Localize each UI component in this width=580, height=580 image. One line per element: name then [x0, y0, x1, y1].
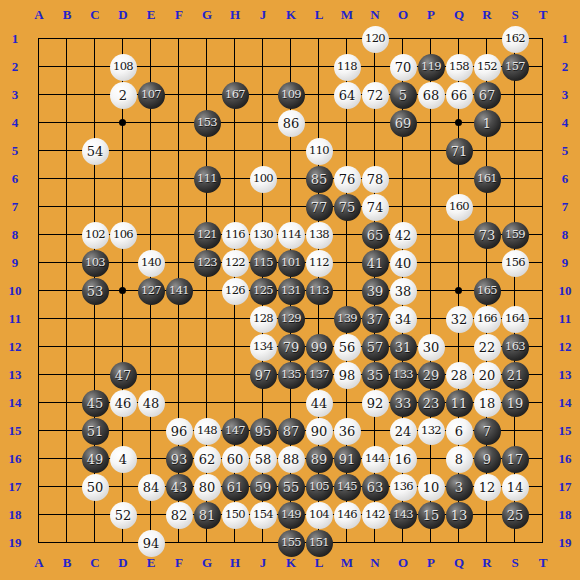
- intersection-B14[interactable]: [53, 389, 81, 417]
- intersection-D15[interactable]: [109, 417, 137, 445]
- intersection-A10[interactable]: [25, 277, 53, 305]
- intersection-N8[interactable]: 65: [361, 221, 389, 249]
- intersection-M13[interactable]: 98: [333, 361, 361, 389]
- intersection-P10[interactable]: [417, 277, 445, 305]
- intersection-G11[interactable]: [193, 305, 221, 333]
- intersection-B19[interactable]: [53, 529, 81, 557]
- intersection-E15[interactable]: [137, 417, 165, 445]
- intersection-R19[interactable]: [473, 529, 501, 557]
- intersection-T6[interactable]: [529, 165, 557, 193]
- intersection-H16[interactable]: 60: [221, 445, 249, 473]
- intersection-B1[interactable]: [53, 25, 81, 53]
- intersection-C4[interactable]: [81, 109, 109, 137]
- intersection-E16[interactable]: [137, 445, 165, 473]
- intersection-S7[interactable]: [501, 193, 529, 221]
- intersection-R15[interactable]: 7: [473, 417, 501, 445]
- intersection-Q11[interactable]: 32: [445, 305, 473, 333]
- intersection-D17[interactable]: [109, 473, 137, 501]
- intersection-G8[interactable]: 121: [193, 221, 221, 249]
- intersection-G15[interactable]: 148: [193, 417, 221, 445]
- intersection-M10[interactable]: [333, 277, 361, 305]
- intersection-S12[interactable]: 163: [501, 333, 529, 361]
- intersection-O1[interactable]: [389, 25, 417, 53]
- intersection-J19[interactable]: [249, 529, 277, 557]
- intersection-T14[interactable]: [529, 389, 557, 417]
- intersection-T3[interactable]: [529, 81, 557, 109]
- intersection-K6[interactable]: [277, 165, 305, 193]
- intersection-J4[interactable]: [249, 109, 277, 137]
- intersection-O11[interactable]: 34: [389, 305, 417, 333]
- intersection-L8[interactable]: 138: [305, 221, 333, 249]
- intersection-P9[interactable]: [417, 249, 445, 277]
- intersection-N5[interactable]: [361, 137, 389, 165]
- intersection-D11[interactable]: [109, 305, 137, 333]
- intersection-A12[interactable]: [25, 333, 53, 361]
- intersection-N3[interactable]: 72: [361, 81, 389, 109]
- intersection-J7[interactable]: [249, 193, 277, 221]
- intersection-J14[interactable]: [249, 389, 277, 417]
- intersection-F18[interactable]: 82: [165, 501, 193, 529]
- intersection-H3[interactable]: 167: [221, 81, 249, 109]
- intersection-O9[interactable]: 40: [389, 249, 417, 277]
- intersection-N15[interactable]: [361, 417, 389, 445]
- intersection-T15[interactable]: [529, 417, 557, 445]
- intersection-A6[interactable]: [25, 165, 53, 193]
- intersection-M6[interactable]: 76: [333, 165, 361, 193]
- intersection-H1[interactable]: [221, 25, 249, 53]
- intersection-R10[interactable]: 165: [473, 277, 501, 305]
- intersection-T10[interactable]: [529, 277, 557, 305]
- intersection-L19[interactable]: 151: [305, 529, 333, 557]
- intersection-P19[interactable]: [417, 529, 445, 557]
- intersection-Q14[interactable]: 11: [445, 389, 473, 417]
- intersection-G19[interactable]: [193, 529, 221, 557]
- intersection-G6[interactable]: 111: [193, 165, 221, 193]
- intersection-H13[interactable]: [221, 361, 249, 389]
- intersection-J8[interactable]: 130: [249, 221, 277, 249]
- intersection-J9[interactable]: 115: [249, 249, 277, 277]
- intersection-D12[interactable]: [109, 333, 137, 361]
- intersection-J3[interactable]: [249, 81, 277, 109]
- intersection-B16[interactable]: [53, 445, 81, 473]
- intersection-E9[interactable]: 140: [137, 249, 165, 277]
- intersection-J16[interactable]: 58: [249, 445, 277, 473]
- intersection-F9[interactable]: [165, 249, 193, 277]
- intersection-O3[interactable]: 5: [389, 81, 417, 109]
- intersection-D6[interactable]: [109, 165, 137, 193]
- intersection-C1[interactable]: [81, 25, 109, 53]
- intersection-E8[interactable]: [137, 221, 165, 249]
- intersection-B9[interactable]: [53, 249, 81, 277]
- intersection-G1[interactable]: [193, 25, 221, 53]
- intersection-P8[interactable]: [417, 221, 445, 249]
- intersection-S3[interactable]: [501, 81, 529, 109]
- intersection-Q15[interactable]: 6: [445, 417, 473, 445]
- intersection-C10[interactable]: 53: [81, 277, 109, 305]
- intersection-K3[interactable]: 109: [277, 81, 305, 109]
- intersection-M1[interactable]: [333, 25, 361, 53]
- intersection-P2[interactable]: 119: [417, 53, 445, 81]
- intersection-T2[interactable]: [529, 53, 557, 81]
- intersection-O17[interactable]: 136: [389, 473, 417, 501]
- intersection-D10[interactable]: [109, 277, 137, 305]
- intersection-T17[interactable]: [529, 473, 557, 501]
- intersection-C6[interactable]: [81, 165, 109, 193]
- intersection-N18[interactable]: 142: [361, 501, 389, 529]
- intersection-C18[interactable]: [81, 501, 109, 529]
- intersection-S14[interactable]: 19: [501, 389, 529, 417]
- intersection-M9[interactable]: [333, 249, 361, 277]
- intersection-B8[interactable]: [53, 221, 81, 249]
- intersection-F13[interactable]: [165, 361, 193, 389]
- intersection-T19[interactable]: [529, 529, 557, 557]
- intersection-T18[interactable]: [529, 501, 557, 529]
- intersection-A8[interactable]: [25, 221, 53, 249]
- intersection-H4[interactable]: [221, 109, 249, 137]
- intersection-N12[interactable]: 57: [361, 333, 389, 361]
- intersection-O14[interactable]: 33: [389, 389, 417, 417]
- intersection-H19[interactable]: [221, 529, 249, 557]
- intersection-P4[interactable]: [417, 109, 445, 137]
- intersection-H6[interactable]: [221, 165, 249, 193]
- intersection-A15[interactable]: [25, 417, 53, 445]
- intersection-L9[interactable]: 112: [305, 249, 333, 277]
- intersection-E10[interactable]: 127: [137, 277, 165, 305]
- intersection-E1[interactable]: [137, 25, 165, 53]
- intersection-H17[interactable]: 61: [221, 473, 249, 501]
- intersection-S10[interactable]: [501, 277, 529, 305]
- intersection-E7[interactable]: [137, 193, 165, 221]
- intersection-M12[interactable]: 56: [333, 333, 361, 361]
- intersection-D9[interactable]: [109, 249, 137, 277]
- intersection-A3[interactable]: [25, 81, 53, 109]
- intersection-N14[interactable]: 92: [361, 389, 389, 417]
- intersection-F3[interactable]: [165, 81, 193, 109]
- intersection-T8[interactable]: [529, 221, 557, 249]
- intersection-J13[interactable]: 97: [249, 361, 277, 389]
- intersection-R1[interactable]: [473, 25, 501, 53]
- intersection-N7[interactable]: 74: [361, 193, 389, 221]
- intersection-E18[interactable]: [137, 501, 165, 529]
- intersection-J15[interactable]: 95: [249, 417, 277, 445]
- intersection-R4[interactable]: 1: [473, 109, 501, 137]
- intersection-B6[interactable]: [53, 165, 81, 193]
- intersection-F2[interactable]: [165, 53, 193, 81]
- intersection-A1[interactable]: [25, 25, 53, 53]
- intersection-M15[interactable]: 36: [333, 417, 361, 445]
- intersection-T9[interactable]: [529, 249, 557, 277]
- intersection-B12[interactable]: [53, 333, 81, 361]
- intersection-C7[interactable]: [81, 193, 109, 221]
- intersection-Q18[interactable]: 13: [445, 501, 473, 529]
- intersection-L4[interactable]: [305, 109, 333, 137]
- intersection-R11[interactable]: 166: [473, 305, 501, 333]
- intersection-K4[interactable]: 86: [277, 109, 305, 137]
- intersection-H11[interactable]: [221, 305, 249, 333]
- intersection-P13[interactable]: 29: [417, 361, 445, 389]
- intersection-Q10[interactable]: [445, 277, 473, 305]
- intersection-F10[interactable]: 141: [165, 277, 193, 305]
- intersection-Q12[interactable]: [445, 333, 473, 361]
- intersection-F5[interactable]: [165, 137, 193, 165]
- intersection-N1[interactable]: 120: [361, 25, 389, 53]
- intersection-C15[interactable]: 51: [81, 417, 109, 445]
- intersection-C9[interactable]: 103: [81, 249, 109, 277]
- intersection-M7[interactable]: 75: [333, 193, 361, 221]
- intersection-S16[interactable]: 17: [501, 445, 529, 473]
- intersection-Q1[interactable]: [445, 25, 473, 53]
- intersection-K8[interactable]: 114: [277, 221, 305, 249]
- intersection-N17[interactable]: 63: [361, 473, 389, 501]
- intersection-S5[interactable]: [501, 137, 529, 165]
- intersection-C11[interactable]: [81, 305, 109, 333]
- intersection-H18[interactable]: 150: [221, 501, 249, 529]
- intersection-S13[interactable]: 21: [501, 361, 529, 389]
- intersection-K1[interactable]: [277, 25, 305, 53]
- intersection-M3[interactable]: 64: [333, 81, 361, 109]
- intersection-O7[interactable]: [389, 193, 417, 221]
- intersection-K14[interactable]: [277, 389, 305, 417]
- intersection-A4[interactable]: [25, 109, 53, 137]
- intersection-E11[interactable]: [137, 305, 165, 333]
- intersection-O16[interactable]: 16: [389, 445, 417, 473]
- intersection-C16[interactable]: 49: [81, 445, 109, 473]
- intersection-L11[interactable]: [305, 305, 333, 333]
- intersection-S11[interactable]: 164: [501, 305, 529, 333]
- intersection-G2[interactable]: [193, 53, 221, 81]
- intersection-T12[interactable]: [529, 333, 557, 361]
- intersection-S6[interactable]: [501, 165, 529, 193]
- intersection-L16[interactable]: 89: [305, 445, 333, 473]
- intersection-E14[interactable]: 48: [137, 389, 165, 417]
- intersection-C17[interactable]: 50: [81, 473, 109, 501]
- intersection-S15[interactable]: [501, 417, 529, 445]
- intersection-R3[interactable]: 67: [473, 81, 501, 109]
- intersection-O10[interactable]: 38: [389, 277, 417, 305]
- intersection-N4[interactable]: [361, 109, 389, 137]
- intersection-N9[interactable]: 41: [361, 249, 389, 277]
- intersection-O12[interactable]: 31: [389, 333, 417, 361]
- intersection-N13[interactable]: 35: [361, 361, 389, 389]
- intersection-M2[interactable]: 118: [333, 53, 361, 81]
- intersection-B17[interactable]: [53, 473, 81, 501]
- intersection-G5[interactable]: [193, 137, 221, 165]
- intersection-P1[interactable]: [417, 25, 445, 53]
- intersection-D4[interactable]: [109, 109, 137, 137]
- intersection-F8[interactable]: [165, 221, 193, 249]
- intersection-G13[interactable]: [193, 361, 221, 389]
- intersection-R6[interactable]: 161: [473, 165, 501, 193]
- intersection-C5[interactable]: 54: [81, 137, 109, 165]
- intersection-P6[interactable]: [417, 165, 445, 193]
- intersection-B13[interactable]: [53, 361, 81, 389]
- intersection-E13[interactable]: [137, 361, 165, 389]
- intersection-H5[interactable]: [221, 137, 249, 165]
- intersection-K15[interactable]: 87: [277, 417, 305, 445]
- intersection-P7[interactable]: [417, 193, 445, 221]
- intersection-D7[interactable]: [109, 193, 137, 221]
- intersection-F1[interactable]: [165, 25, 193, 53]
- intersection-O6[interactable]: [389, 165, 417, 193]
- intersection-D14[interactable]: 46: [109, 389, 137, 417]
- intersection-N16[interactable]: 144: [361, 445, 389, 473]
- intersection-G12[interactable]: [193, 333, 221, 361]
- intersection-E19[interactable]: 94: [137, 529, 165, 557]
- intersection-G9[interactable]: 123: [193, 249, 221, 277]
- intersection-K13[interactable]: 135: [277, 361, 305, 389]
- intersection-Q13[interactable]: 28: [445, 361, 473, 389]
- intersection-A14[interactable]: [25, 389, 53, 417]
- intersection-T11[interactable]: [529, 305, 557, 333]
- intersection-H9[interactable]: 122: [221, 249, 249, 277]
- intersection-S8[interactable]: 159: [501, 221, 529, 249]
- intersection-D19[interactable]: [109, 529, 137, 557]
- intersection-R18[interactable]: [473, 501, 501, 529]
- intersection-M11[interactable]: 139: [333, 305, 361, 333]
- intersection-C14[interactable]: 45: [81, 389, 109, 417]
- intersection-T13[interactable]: [529, 361, 557, 389]
- intersection-E12[interactable]: [137, 333, 165, 361]
- intersection-K9[interactable]: 101: [277, 249, 305, 277]
- intersection-E4[interactable]: [137, 109, 165, 137]
- intersection-D3[interactable]: 2: [109, 81, 137, 109]
- intersection-G4[interactable]: 153: [193, 109, 221, 137]
- intersection-Q9[interactable]: [445, 249, 473, 277]
- intersection-H12[interactable]: [221, 333, 249, 361]
- intersection-T7[interactable]: [529, 193, 557, 221]
- intersection-P16[interactable]: [417, 445, 445, 473]
- intersection-H8[interactable]: 116: [221, 221, 249, 249]
- intersection-M8[interactable]: [333, 221, 361, 249]
- intersection-A7[interactable]: [25, 193, 53, 221]
- intersection-P3[interactable]: 68: [417, 81, 445, 109]
- intersection-S17[interactable]: 14: [501, 473, 529, 501]
- intersection-O8[interactable]: 42: [389, 221, 417, 249]
- intersection-C13[interactable]: [81, 361, 109, 389]
- intersection-E6[interactable]: [137, 165, 165, 193]
- intersection-P18[interactable]: 15: [417, 501, 445, 529]
- intersection-B7[interactable]: [53, 193, 81, 221]
- intersection-O19[interactable]: [389, 529, 417, 557]
- intersection-R17[interactable]: 12: [473, 473, 501, 501]
- intersection-B15[interactable]: [53, 417, 81, 445]
- intersection-D5[interactable]: [109, 137, 137, 165]
- intersection-O18[interactable]: 143: [389, 501, 417, 529]
- intersection-F11[interactable]: [165, 305, 193, 333]
- intersection-B3[interactable]: [53, 81, 81, 109]
- intersection-L15[interactable]: 90: [305, 417, 333, 445]
- intersection-Q7[interactable]: 160: [445, 193, 473, 221]
- intersection-D8[interactable]: 106: [109, 221, 137, 249]
- intersection-J17[interactable]: 59: [249, 473, 277, 501]
- intersection-O15[interactable]: 24: [389, 417, 417, 445]
- intersection-G7[interactable]: [193, 193, 221, 221]
- intersection-P14[interactable]: 23: [417, 389, 445, 417]
- intersection-B10[interactable]: [53, 277, 81, 305]
- intersection-B11[interactable]: [53, 305, 81, 333]
- intersection-M16[interactable]: 91: [333, 445, 361, 473]
- intersection-H2[interactable]: [221, 53, 249, 81]
- intersection-L5[interactable]: 110: [305, 137, 333, 165]
- intersection-L2[interactable]: [305, 53, 333, 81]
- intersection-D13[interactable]: 47: [109, 361, 137, 389]
- intersection-K18[interactable]: 149: [277, 501, 305, 529]
- intersection-E2[interactable]: [137, 53, 165, 81]
- intersection-P5[interactable]: [417, 137, 445, 165]
- intersection-J6[interactable]: 100: [249, 165, 277, 193]
- intersection-K12[interactable]: 79: [277, 333, 305, 361]
- intersection-E17[interactable]: 84: [137, 473, 165, 501]
- intersection-H7[interactable]: [221, 193, 249, 221]
- intersection-J12[interactable]: 134: [249, 333, 277, 361]
- intersection-A19[interactable]: [25, 529, 53, 557]
- intersection-O13[interactable]: 133: [389, 361, 417, 389]
- intersection-R9[interactable]: [473, 249, 501, 277]
- intersection-N11[interactable]: 37: [361, 305, 389, 333]
- intersection-M5[interactable]: [333, 137, 361, 165]
- intersection-F15[interactable]: 96: [165, 417, 193, 445]
- intersection-G10[interactable]: [193, 277, 221, 305]
- intersection-D2[interactable]: 108: [109, 53, 137, 81]
- intersection-N2[interactable]: [361, 53, 389, 81]
- intersection-L6[interactable]: 85: [305, 165, 333, 193]
- intersection-F16[interactable]: 93: [165, 445, 193, 473]
- intersection-D18[interactable]: 52: [109, 501, 137, 529]
- intersection-A9[interactable]: [25, 249, 53, 277]
- intersection-A16[interactable]: [25, 445, 53, 473]
- intersection-C8[interactable]: 102: [81, 221, 109, 249]
- intersection-G14[interactable]: [193, 389, 221, 417]
- intersection-P17[interactable]: 10: [417, 473, 445, 501]
- intersection-T5[interactable]: [529, 137, 557, 165]
- intersection-E5[interactable]: [137, 137, 165, 165]
- intersection-Q17[interactable]: 3: [445, 473, 473, 501]
- intersection-R14[interactable]: 18: [473, 389, 501, 417]
- intersection-B5[interactable]: [53, 137, 81, 165]
- intersection-F17[interactable]: 43: [165, 473, 193, 501]
- intersection-B18[interactable]: [53, 501, 81, 529]
- intersection-L12[interactable]: 99: [305, 333, 333, 361]
- intersection-C2[interactable]: [81, 53, 109, 81]
- intersection-F14[interactable]: [165, 389, 193, 417]
- intersection-K19[interactable]: 155: [277, 529, 305, 557]
- intersection-N10[interactable]: 39: [361, 277, 389, 305]
- intersection-K10[interactable]: 131: [277, 277, 305, 305]
- intersection-S18[interactable]: 25: [501, 501, 529, 529]
- intersection-Q6[interactable]: [445, 165, 473, 193]
- intersection-J10[interactable]: 125: [249, 277, 277, 305]
- intersection-L14[interactable]: 44: [305, 389, 333, 417]
- intersection-J11[interactable]: 128: [249, 305, 277, 333]
- intersection-F7[interactable]: [165, 193, 193, 221]
- intersection-J2[interactable]: [249, 53, 277, 81]
- intersection-O4[interactable]: 69: [389, 109, 417, 137]
- intersection-A13[interactable]: [25, 361, 53, 389]
- intersection-R7[interactable]: [473, 193, 501, 221]
- intersection-M17[interactable]: 145: [333, 473, 361, 501]
- intersection-F19[interactable]: [165, 529, 193, 557]
- intersection-A2[interactable]: [25, 53, 53, 81]
- intersection-D1[interactable]: [109, 25, 137, 53]
- intersection-F6[interactable]: [165, 165, 193, 193]
- intersection-T4[interactable]: [529, 109, 557, 137]
- intersection-D16[interactable]: 4: [109, 445, 137, 473]
- intersection-M14[interactable]: [333, 389, 361, 417]
- intersection-Q8[interactable]: [445, 221, 473, 249]
- intersection-A11[interactable]: [25, 305, 53, 333]
- intersection-M4[interactable]: [333, 109, 361, 137]
- intersection-S2[interactable]: 157: [501, 53, 529, 81]
